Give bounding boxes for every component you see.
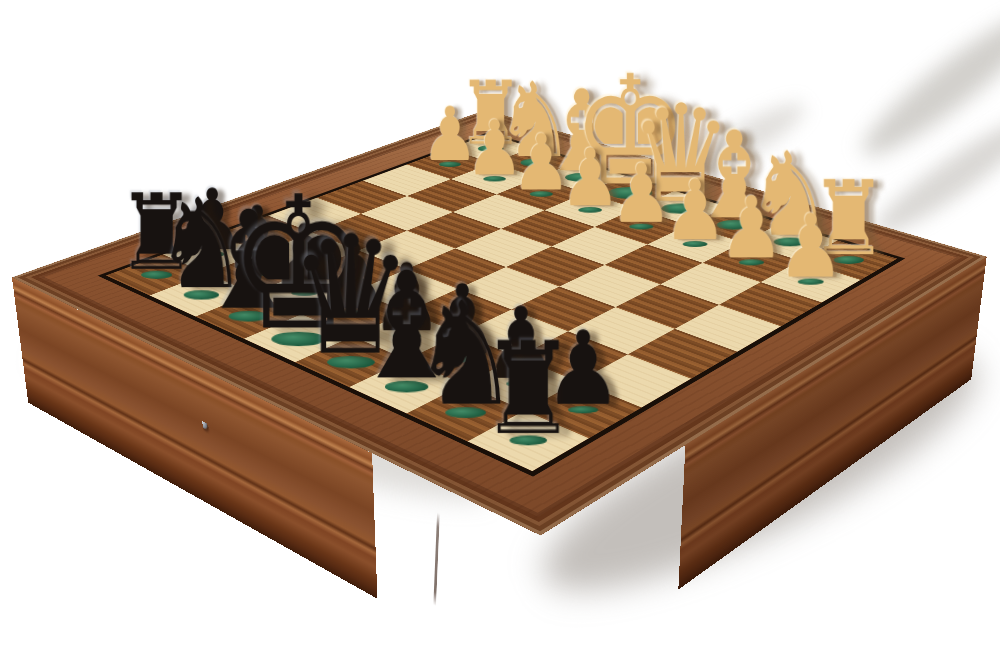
drawer-seam (433, 512, 439, 606)
white-pawn-a2[interactable]: ♟ (773, 202, 847, 290)
black-rook-a8[interactable]: ♜ (474, 325, 583, 453)
chess-set-photo: ♜♞♝♚♛♝♞♜♟♟♟♟♟♟♟♟♟♟♟♟♟♟♟♟♜♞♝♚♛♝♞♜ (0, 0, 1000, 656)
chess-case: ♜♞♝♚♛♝♞♜♟♟♟♟♟♟♟♟♟♟♟♟♟♟♟♟♜♞♝♚♛♝♞♜ (12, 110, 987, 536)
